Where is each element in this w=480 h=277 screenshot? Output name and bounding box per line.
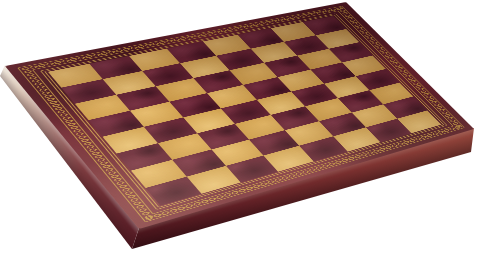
board-top	[5, 2, 474, 229]
chessboard-photo	[0, 0, 480, 277]
